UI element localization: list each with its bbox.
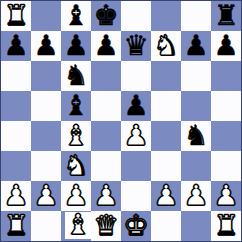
square-b5[interactable] [31,91,61,121]
square-c6[interactable]: ♞ [61,61,91,91]
square-c8[interactable]: ♝ [61,1,91,31]
white-pawn[interactable]: ♟ [91,181,121,211]
black-pawn[interactable]: ♟ [181,31,211,61]
square-a7[interactable]: ♟ [1,31,31,61]
square-b6[interactable] [31,61,61,91]
square-f1[interactable] [151,211,181,241]
square-a1[interactable]: ♜ [1,211,31,241]
square-f4[interactable] [151,121,181,151]
square-g6[interactable] [181,61,211,91]
square-f2[interactable]: ♟ [151,181,181,211]
white-bishop[interactable]: ♝ [61,121,91,151]
chess-board: ♜♝♚♜♟♟♟♟♛♞♟♟♞♝♟♝♟♞♞♟♟♟♟♟♟♟♜♝♛♚♜ [0,0,242,242]
square-d6[interactable] [91,61,121,91]
white-pawn[interactable]: ♟ [211,181,241,211]
white-queen[interactable]: ♛ [91,211,121,241]
square-f5[interactable] [151,91,181,121]
square-g4[interactable]: ♞ [181,121,211,151]
square-g1[interactable] [181,211,211,241]
white-bishop[interactable]: ♝ [65,212,91,239]
square-e4[interactable]: ♟ [121,121,151,151]
square-d2[interactable]: ♟ [91,181,121,211]
white-pawn[interactable]: ♟ [151,181,181,211]
black-bishop[interactable]: ♝ [61,1,91,31]
black-queen[interactable]: ♛ [121,31,151,61]
square-a5[interactable] [1,91,31,121]
black-knight[interactable]: ♞ [181,121,211,151]
square-a4[interactable] [1,121,31,151]
square-b8[interactable] [31,1,61,31]
square-d4[interactable] [91,121,121,151]
square-c4[interactable]: ♝ [61,121,91,151]
white-pawn[interactable]: ♟ [121,121,151,151]
square-e2[interactable] [121,181,151,211]
white-pawn[interactable]: ♟ [1,181,31,211]
black-bishop[interactable]: ♝ [61,91,91,121]
square-h2[interactable]: ♟ [211,181,241,211]
square-a3[interactable] [1,151,31,181]
square-g7[interactable]: ♟ [181,31,211,61]
square-c2[interactable]: ♟ [61,181,91,211]
square-d7[interactable]: ♟ [91,31,121,61]
square-b2[interactable]: ♟ [31,181,61,211]
white-rook[interactable]: ♜ [1,1,31,31]
square-e3[interactable] [121,151,151,181]
square-c3[interactable]: ♞ [61,151,91,181]
square-c1[interactable]: ♝ [61,211,91,241]
square-a8[interactable]: ♜ [1,1,31,31]
square-d8[interactable]: ♚ [91,1,121,31]
square-e7[interactable]: ♛ [121,31,151,61]
square-h7[interactable]: ♟ [211,31,241,61]
white-rook[interactable]: ♜ [211,211,241,241]
square-e5[interactable]: ♟ [121,91,151,121]
square-f6[interactable] [151,61,181,91]
square-g5[interactable] [181,91,211,121]
square-b1[interactable] [31,211,61,241]
square-d3[interactable] [91,151,121,181]
square-c7[interactable]: ♟ [61,31,91,61]
square-f3[interactable] [151,151,181,181]
square-f8[interactable] [151,1,181,31]
black-pawn[interactable]: ♟ [91,31,121,61]
black-pawn[interactable]: ♟ [121,91,151,121]
square-g3[interactable] [181,151,211,181]
square-h3[interactable] [211,151,241,181]
white-pawn[interactable]: ♟ [61,181,91,211]
square-a2[interactable]: ♟ [1,181,31,211]
square-f7[interactable]: ♞ [151,31,181,61]
black-pawn[interactable]: ♟ [1,31,31,61]
square-e1[interactable]: ♚ [121,211,151,241]
square-b3[interactable] [31,151,61,181]
square-d1[interactable]: ♛ [91,211,121,241]
white-knight[interactable]: ♞ [151,31,181,61]
white-rook[interactable]: ♜ [1,211,31,241]
white-pawn[interactable]: ♟ [181,181,211,211]
white-king[interactable]: ♚ [121,211,151,241]
square-h6[interactable] [211,61,241,91]
square-g8[interactable] [181,1,211,31]
square-c5[interactable]: ♝ [61,91,91,121]
black-knight[interactable]: ♞ [61,61,91,91]
square-b7[interactable]: ♟ [31,31,61,61]
square-h1[interactable]: ♜ [211,211,241,241]
square-h5[interactable] [211,91,241,121]
square-g2[interactable]: ♟ [181,181,211,211]
black-rook[interactable]: ♜ [211,1,241,31]
square-e8[interactable] [121,1,151,31]
black-pawn[interactable]: ♟ [61,31,91,61]
black-king[interactable]: ♚ [91,1,121,31]
square-h4[interactable] [211,121,241,151]
black-pawn[interactable]: ♟ [31,31,61,61]
white-pawn[interactable]: ♟ [31,181,61,211]
square-e6[interactable] [121,61,151,91]
square-b4[interactable] [31,121,61,151]
square-d5[interactable] [91,91,121,121]
square-a6[interactable] [1,61,31,91]
black-pawn[interactable]: ♟ [211,31,241,61]
white-knight[interactable]: ♞ [61,151,91,181]
square-h8[interactable]: ♜ [211,1,241,31]
